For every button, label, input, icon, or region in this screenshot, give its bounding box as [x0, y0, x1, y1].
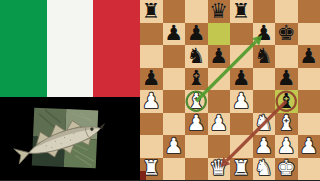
- black-pawn[interactable]: ♟: [142, 68, 161, 89]
- square-h8[interactable]: [298, 0, 320, 23]
- white-pawn[interactable]: ♟: [299, 136, 318, 157]
- square-b3[interactable]: [163, 113, 186, 136]
- square-c2[interactable]: [185, 135, 208, 158]
- square-d7[interactable]: [208, 23, 231, 46]
- white-pawn[interactable]: ♟: [142, 91, 161, 112]
- black-king[interactable]: ♚: [277, 23, 296, 44]
- black-bishop[interactable]: ♝: [277, 91, 296, 112]
- square-a8[interactable]: ♜: [140, 0, 163, 23]
- square-a3[interactable]: [140, 113, 163, 136]
- black-rook[interactable]: ♜: [142, 1, 161, 22]
- chess-thumbnail: ♜♛♜♟♟♟♚♞♟♞♟♟♝♟♟♟♝♟♝♟♟♞♝♟♟♟♟♜♛♜♞♚: [0, 0, 320, 180]
- fish-image-panel: [0, 97, 140, 180]
- square-h2[interactable]: ♟: [298, 135, 320, 158]
- square-b4[interactable]: [163, 90, 186, 113]
- flag-stripe-green: [0, 0, 47, 97]
- square-a4[interactable]: ♟: [140, 90, 163, 113]
- italy-flag: [0, 0, 140, 97]
- flag-stripe-red: [93, 0, 140, 97]
- square-h5[interactable]: [298, 68, 320, 91]
- square-g4[interactable]: ♝: [275, 90, 298, 113]
- white-rook[interactable]: ♜: [232, 158, 251, 179]
- white-knight[interactable]: ♞: [254, 158, 273, 179]
- square-f5[interactable]: [253, 68, 276, 91]
- square-e7[interactable]: [230, 23, 253, 46]
- square-h3[interactable]: [298, 113, 320, 136]
- corner-mark: [140, 171, 146, 180]
- white-pawn[interactable]: ♟: [164, 136, 183, 157]
- white-knight[interactable]: ♞: [254, 113, 273, 134]
- square-c7[interactable]: ♟: [185, 23, 208, 46]
- square-g7[interactable]: ♚: [275, 23, 298, 46]
- black-knight[interactable]: ♞: [187, 46, 206, 67]
- black-pawn[interactable]: ♟: [277, 68, 296, 89]
- square-g5[interactable]: ♟: [275, 68, 298, 91]
- square-g6[interactable]: [275, 45, 298, 68]
- square-c8[interactable]: [185, 0, 208, 23]
- black-pawn[interactable]: ♟: [164, 23, 183, 44]
- square-e5[interactable]: ♟: [230, 68, 253, 91]
- black-rook[interactable]: ♜: [232, 1, 251, 22]
- square-e8[interactable]: ♜: [230, 0, 253, 23]
- square-g1[interactable]: ♚: [275, 158, 298, 181]
- white-pawn[interactable]: ♟: [187, 113, 206, 134]
- white-pawn[interactable]: ♟: [232, 91, 251, 112]
- black-pawn[interactable]: ♟: [254, 23, 273, 44]
- square-g8[interactable]: [275, 0, 298, 23]
- black-pawn[interactable]: ♟: [299, 46, 318, 67]
- white-bishop[interactable]: ♝: [277, 113, 296, 134]
- square-f7[interactable]: ♟: [253, 23, 276, 46]
- fish-illustration: [0, 97, 140, 180]
- square-b7[interactable]: ♟: [163, 23, 186, 46]
- square-a2[interactable]: [140, 135, 163, 158]
- square-c3[interactable]: ♟: [185, 113, 208, 136]
- square-e3[interactable]: [230, 113, 253, 136]
- white-pawn[interactable]: ♟: [209, 113, 228, 134]
- square-e4[interactable]: ♟: [230, 90, 253, 113]
- white-pawn[interactable]: ♟: [277, 136, 296, 157]
- square-h7[interactable]: [298, 23, 320, 46]
- square-f6[interactable]: ♞: [253, 45, 276, 68]
- white-pawn[interactable]: ♟: [254, 136, 273, 157]
- square-b5[interactable]: [163, 68, 186, 91]
- square-b1[interactable]: [163, 158, 186, 181]
- white-bishop[interactable]: ♝: [187, 91, 206, 112]
- square-f1[interactable]: ♞: [253, 158, 276, 181]
- black-queen[interactable]: ♛: [209, 1, 228, 22]
- square-f4[interactable]: [253, 90, 276, 113]
- black-pawn[interactable]: ♟: [232, 68, 251, 89]
- white-king[interactable]: ♚: [277, 158, 296, 179]
- square-e6[interactable]: [230, 45, 253, 68]
- square-f8[interactable]: [253, 0, 276, 23]
- square-g3[interactable]: ♝: [275, 113, 298, 136]
- square-d4[interactable]: [208, 90, 231, 113]
- square-d5[interactable]: [208, 68, 231, 91]
- square-f3[interactable]: ♞: [253, 113, 276, 136]
- square-d1[interactable]: ♛: [208, 158, 231, 181]
- square-h4[interactable]: [298, 90, 320, 113]
- square-b6[interactable]: [163, 45, 186, 68]
- black-knight[interactable]: ♞: [254, 46, 273, 67]
- square-h6[interactable]: ♟: [298, 45, 320, 68]
- square-c5[interactable]: ♝: [185, 68, 208, 91]
- square-e1[interactable]: ♜: [230, 158, 253, 181]
- square-g2[interactable]: ♟: [275, 135, 298, 158]
- flag-stripe-white: [47, 0, 94, 97]
- black-pawn[interactable]: ♟: [187, 23, 206, 44]
- square-f2[interactable]: ♟: [253, 135, 276, 158]
- square-e2[interactable]: [230, 135, 253, 158]
- black-bishop[interactable]: ♝: [187, 68, 206, 89]
- black-pawn[interactable]: ♟: [209, 46, 228, 67]
- square-b2[interactable]: ♟: [163, 135, 186, 158]
- square-a6[interactable]: [140, 45, 163, 68]
- square-a5[interactable]: ♟: [140, 68, 163, 91]
- square-d3[interactable]: ♟: [208, 113, 231, 136]
- square-d6[interactable]: ♟: [208, 45, 231, 68]
- square-c4[interactable]: ♝: [185, 90, 208, 113]
- square-a7[interactable]: [140, 23, 163, 46]
- square-d2[interactable]: [208, 135, 231, 158]
- chess-board[interactable]: ♜♛♜♟♟♟♚♞♟♞♟♟♝♟♟♟♝♟♝♟♟♞♝♟♟♟♟♜♛♜♞♚: [140, 0, 320, 180]
- square-c6[interactable]: ♞: [185, 45, 208, 68]
- square-h1[interactable]: [298, 158, 320, 181]
- white-queen[interactable]: ♛: [209, 158, 228, 179]
- square-b8[interactable]: [163, 0, 186, 23]
- square-c1[interactable]: [185, 158, 208, 181]
- square-d8[interactable]: ♛: [208, 0, 231, 23]
